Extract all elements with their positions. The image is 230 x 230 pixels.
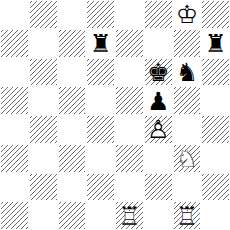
- square-a6[interactable]: [0, 58, 29, 87]
- square-h6[interactable]: [201, 58, 230, 87]
- white-pawn-icon: ♙: [147, 117, 169, 142]
- square-g1[interactable]: ♜♖: [173, 201, 202, 230]
- square-f5[interactable]: ♟♟: [144, 86, 173, 115]
- black-rook-icon: ♜: [204, 31, 226, 56]
- black-pawn-icon: ♟: [147, 88, 169, 113]
- square-b2[interactable]: [29, 173, 58, 202]
- square-g7[interactable]: [173, 29, 202, 58]
- square-e5[interactable]: [115, 86, 144, 115]
- square-h2[interactable]: [201, 173, 230, 202]
- square-g6[interactable]: ♞♞: [173, 58, 202, 87]
- square-c5[interactable]: [58, 86, 87, 115]
- piece-black-rook[interactable]: ♜♜: [86, 29, 115, 58]
- square-a1[interactable]: [0, 201, 29, 230]
- square-g5[interactable]: [173, 86, 202, 115]
- square-a7[interactable]: [0, 29, 29, 58]
- square-g3[interactable]: ♞♘: [173, 144, 202, 173]
- square-c2[interactable]: [58, 173, 87, 202]
- square-d4[interactable]: [86, 115, 115, 144]
- square-a2[interactable]: [0, 173, 29, 202]
- piece-black-rook[interactable]: ♜♜: [201, 29, 230, 58]
- piece-white-rook[interactable]: ♜♖: [115, 201, 144, 230]
- square-f3[interactable]: [144, 144, 173, 173]
- square-d7[interactable]: ♜♜: [86, 29, 115, 58]
- piece-white-king[interactable]: ♚♔: [173, 0, 202, 29]
- square-f4[interactable]: ♟♙: [144, 115, 173, 144]
- square-c3[interactable]: [58, 144, 87, 173]
- square-d1[interactable]: [86, 201, 115, 230]
- square-b8[interactable]: [29, 0, 58, 29]
- square-e3[interactable]: [115, 144, 144, 173]
- piece-white-rook[interactable]: ♜♖: [173, 201, 202, 230]
- square-d2[interactable]: [86, 173, 115, 202]
- square-e8[interactable]: [115, 0, 144, 29]
- square-e4[interactable]: [115, 115, 144, 144]
- square-d5[interactable]: [86, 86, 115, 115]
- piece-white-knight[interactable]: ♞♘: [173, 144, 202, 173]
- white-king-icon: ♔: [176, 2, 198, 27]
- square-b5[interactable]: [29, 86, 58, 115]
- square-f7[interactable]: [144, 29, 173, 58]
- black-rook-icon: ♜: [89, 31, 111, 56]
- square-g4[interactable]: [173, 115, 202, 144]
- square-h8[interactable]: [201, 0, 230, 29]
- square-e7[interactable]: [115, 29, 144, 58]
- square-a5[interactable]: [0, 86, 29, 115]
- square-b7[interactable]: [29, 29, 58, 58]
- square-f1[interactable]: [144, 201, 173, 230]
- square-c8[interactable]: [58, 0, 87, 29]
- square-f6[interactable]: ♚♚: [144, 58, 173, 87]
- square-a3[interactable]: [0, 144, 29, 173]
- square-d3[interactable]: [86, 144, 115, 173]
- square-f8[interactable]: [144, 0, 173, 29]
- square-a4[interactable]: [0, 115, 29, 144]
- black-king-icon: ♚: [147, 59, 169, 84]
- square-e2[interactable]: [115, 173, 144, 202]
- square-d6[interactable]: [86, 58, 115, 87]
- square-b4[interactable]: [29, 115, 58, 144]
- piece-black-knight[interactable]: ♞♞: [173, 58, 202, 87]
- square-b6[interactable]: [29, 58, 58, 87]
- piece-black-pawn[interactable]: ♟♟: [144, 86, 173, 115]
- chess-diagram: ♚♔♜♜♜♜♚♚♞♞♟♟♟♙♞♘♜♖♜♖: [0, 0, 230, 230]
- square-f2[interactable]: [144, 173, 173, 202]
- square-g8[interactable]: ♚♔: [173, 0, 202, 29]
- square-c7[interactable]: [58, 29, 87, 58]
- piece-white-pawn[interactable]: ♟♙: [144, 115, 173, 144]
- square-h1[interactable]: [201, 201, 230, 230]
- square-e1[interactable]: ♜♖: [115, 201, 144, 230]
- square-e6[interactable]: [115, 58, 144, 87]
- square-h4[interactable]: [201, 115, 230, 144]
- square-h3[interactable]: [201, 144, 230, 173]
- square-c4[interactable]: [58, 115, 87, 144]
- square-h5[interactable]: [201, 86, 230, 115]
- square-c1[interactable]: [58, 201, 87, 230]
- white-knight-icon: ♘: [176, 146, 198, 171]
- white-rook-icon: ♖: [118, 203, 140, 228]
- square-c6[interactable]: [58, 58, 87, 87]
- square-b3[interactable]: [29, 144, 58, 173]
- piece-black-king[interactable]: ♚♚: [144, 58, 173, 87]
- square-d8[interactable]: [86, 0, 115, 29]
- chess-board: ♚♔♜♜♜♜♚♚♞♞♟♟♟♙♞♘♜♖♜♖: [0, 0, 230, 230]
- square-a8[interactable]: [0, 0, 29, 29]
- square-b1[interactable]: [29, 201, 58, 230]
- white-rook-icon: ♖: [176, 203, 198, 228]
- square-h7[interactable]: ♜♜: [201, 29, 230, 58]
- black-knight-icon: ♞: [176, 59, 198, 84]
- square-g2[interactable]: [173, 173, 202, 202]
